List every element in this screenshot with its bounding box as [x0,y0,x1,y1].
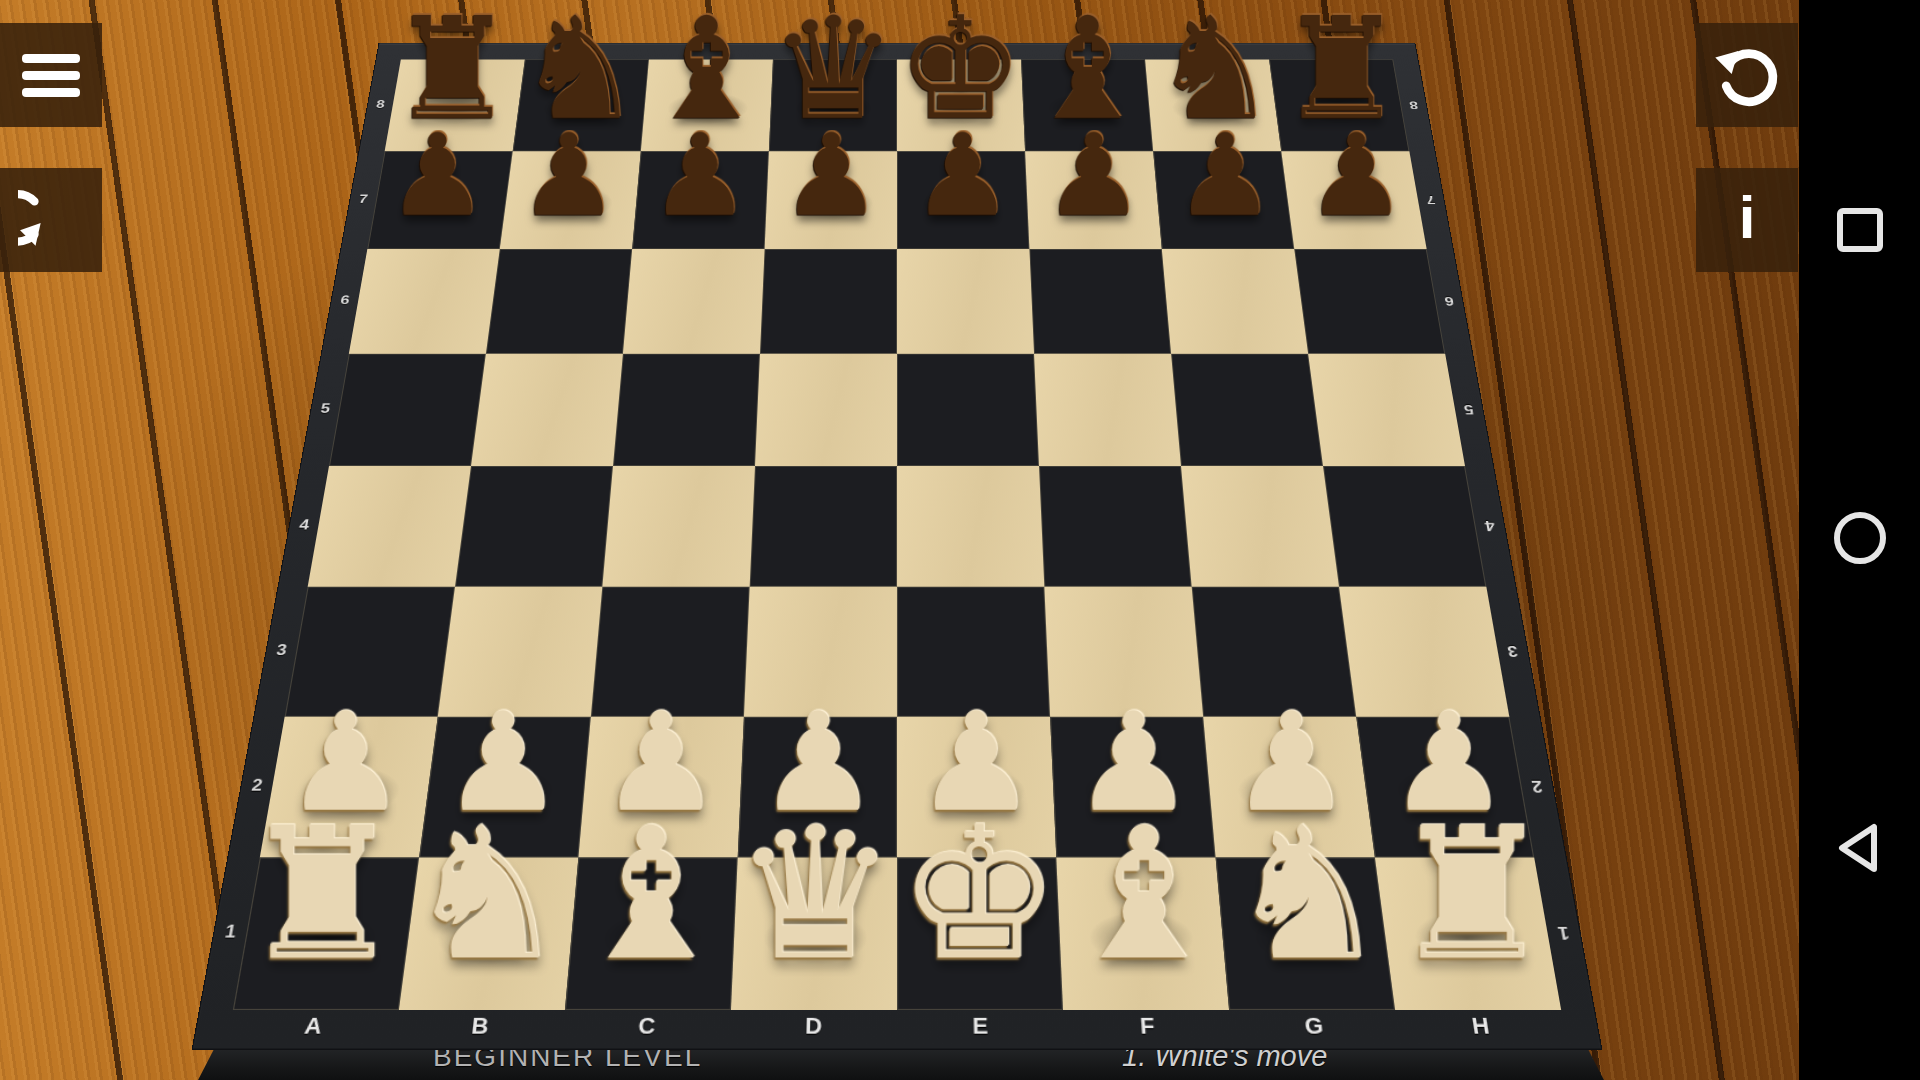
square-h1[interactable]: ♜ [1375,857,1561,1010]
piece-black-pawn[interactable]: ♟ [1291,130,1422,223]
file-label-d: D [729,1010,897,1048]
square-a4[interactable] [308,466,471,587]
file-label-h: H [1395,1010,1568,1048]
square-a1[interactable]: ♜ [233,857,419,1010]
piece-black-pawn[interactable]: ♟ [766,130,897,223]
square-b1[interactable]: ♞ [399,857,579,1010]
square-a6[interactable] [349,249,500,354]
square-f5[interactable] [1034,354,1181,466]
square-g7[interactable]: ♟ [1153,151,1294,249]
home-circle-icon[interactable] [1832,510,1888,566]
square-b6[interactable] [486,249,632,354]
square-e6[interactable] [897,249,1034,354]
square-e1[interactable]: ♚ [897,857,1063,1010]
square-d5[interactable] [755,354,897,466]
piece-white-bishop[interactable]: ♝ [569,819,733,969]
square-e7[interactable]: ♟ [897,151,1029,249]
square-b7[interactable]: ♟ [500,151,641,249]
undo-icon [1712,40,1782,110]
square-d1[interactable]: ♛ [731,857,897,1010]
square-d7[interactable]: ♟ [765,151,897,249]
square-e5[interactable] [897,354,1039,466]
square-c7[interactable]: ♟ [632,151,769,249]
square-h7[interactable]: ♟ [1281,151,1426,249]
square-f6[interactable] [1029,249,1171,354]
rotate-board-button[interactable] [0,168,102,272]
square-g6[interactable] [1162,249,1308,354]
square-h6[interactable] [1294,249,1445,354]
square-d6[interactable] [760,249,897,354]
square-f7[interactable]: ♟ [1025,151,1162,249]
square-f1[interactable]: ♝ [1056,857,1229,1010]
piece-white-knight[interactable]: ♞ [1225,819,1389,969]
square-b5[interactable] [471,354,623,466]
board-grid: 8877665544332211ABCDEFGH♜♞♝♛♚♝♞♜♟♟♟♟♟♟♟♟… [193,43,1601,1048]
square-c6[interactable] [623,249,765,354]
square-g4[interactable] [1181,466,1339,587]
piece-black-pawn[interactable]: ♟ [503,130,634,223]
piece-white-bishop[interactable]: ♝ [1061,819,1225,969]
info-button[interactable]: i [1696,168,1798,272]
piece-black-pawn[interactable]: ♟ [634,130,765,223]
file-label-f: F [1063,1010,1232,1048]
undo-button[interactable] [1696,23,1798,127]
square-c4[interactable] [602,466,755,587]
piece-white-rook[interactable]: ♜ [240,819,404,969]
file-label-b: B [394,1010,565,1048]
android-navigation-bar [1799,0,1920,1080]
square-a7[interactable]: ♟ [367,151,512,249]
menu-button[interactable] [0,23,102,127]
square-e4[interactable] [897,466,1044,587]
square-c1[interactable]: ♝ [565,857,738,1010]
file-label-e: E [897,1010,1065,1048]
chess-app-screen: { "game": "chess", "position": { "fen": … [0,0,1920,1080]
square-h4[interactable] [1323,466,1486,587]
back-triangle-icon[interactable] [1834,822,1886,874]
square-a5[interactable] [329,354,486,466]
square-g5[interactable] [1171,354,1323,466]
file-label-g: G [1229,1010,1400,1048]
file-label-a: A [226,1010,399,1048]
piece-white-knight[interactable]: ♞ [404,819,568,969]
square-b4[interactable] [455,466,613,587]
piece-black-pawn[interactable]: ♟ [1028,130,1159,223]
square-c5[interactable] [613,354,760,466]
file-label-c: C [562,1010,731,1048]
piece-white-rook[interactable]: ♜ [1390,819,1554,969]
square-f4[interactable] [1039,466,1192,587]
recents-square-icon[interactable] [1834,204,1886,256]
square-g1[interactable]: ♞ [1216,857,1396,1010]
rotate-icon [18,187,84,253]
square-d4[interactable] [750,466,897,587]
piece-white-king[interactable]: ♚ [897,819,1061,969]
piece-white-queen[interactable]: ♛ [733,819,897,969]
piece-black-pawn[interactable]: ♟ [897,130,1028,223]
square-h5[interactable] [1308,354,1465,466]
piece-black-pawn[interactable]: ♟ [1160,130,1291,223]
chess-board: 8877665544332211ABCDEFGH♜♞♝♛♚♝♞♜♟♟♟♟♟♟♟♟… [193,43,1601,1048]
info-icon: i [1696,188,1798,248]
piece-black-pawn[interactable]: ♟ [372,130,503,223]
